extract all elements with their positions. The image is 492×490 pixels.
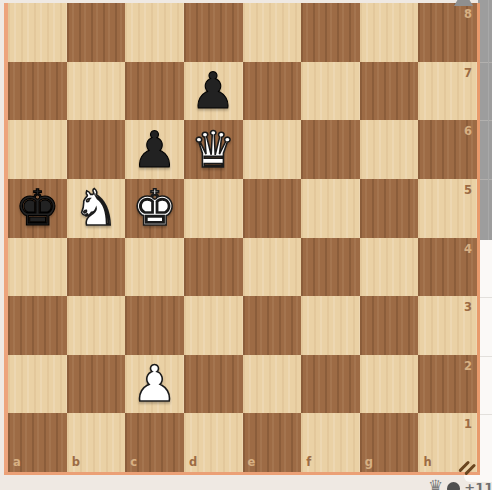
square-h6[interactable]: 6: [418, 120, 477, 179]
square-d2[interactable]: [184, 355, 243, 414]
rank-label-1: 1: [464, 417, 472, 431]
white-pawn[interactable]: ♟: [132, 359, 177, 409]
square-h5[interactable]: 5: [418, 179, 477, 238]
square-f8[interactable]: [301, 3, 360, 62]
square-h2[interactable]: 2: [418, 355, 477, 414]
square-e8[interactable]: [243, 3, 302, 62]
rank-label-3: 3: [464, 300, 472, 314]
square-c6[interactable]: ♟: [125, 120, 184, 179]
square-b5[interactable]: ♞: [67, 179, 126, 238]
square-g8[interactable]: [360, 3, 419, 62]
square-f1[interactable]: f: [301, 413, 360, 472]
cropped-ui-fragment: [454, 0, 473, 6]
square-f5[interactable]: [301, 179, 360, 238]
square-e6[interactable]: [243, 120, 302, 179]
square-h4[interactable]: 4: [418, 238, 477, 297]
square-h8[interactable]: 8: [418, 3, 477, 62]
square-g3[interactable]: [360, 296, 419, 355]
square-e5[interactable]: [243, 179, 302, 238]
square-b6[interactable]: [67, 120, 126, 179]
square-g7[interactable]: [360, 62, 419, 121]
square-g5[interactable]: [360, 179, 419, 238]
square-e7[interactable]: [243, 62, 302, 121]
square-d4[interactable]: [184, 238, 243, 297]
square-e2[interactable]: [243, 355, 302, 414]
board-frame-bottom: [4, 472, 480, 475]
square-g6[interactable]: [360, 120, 419, 179]
white-king[interactable]: ♚: [132, 183, 177, 233]
file-label-d: d: [189, 455, 197, 469]
square-a3[interactable]: [8, 296, 67, 355]
square-c4[interactable]: [125, 238, 184, 297]
square-f2[interactable]: [301, 355, 360, 414]
file-label-b: b: [72, 455, 80, 469]
square-d7[interactable]: ♟: [184, 62, 243, 121]
panel-divider: [478, 297, 492, 298]
square-f6[interactable]: [301, 120, 360, 179]
panel-divider: [478, 62, 492, 63]
square-d5[interactable]: [184, 179, 243, 238]
file-label-c: c: [130, 455, 137, 469]
panel-divider: [478, 120, 492, 121]
captured-queen-icon: ♛: [428, 478, 443, 490]
square-g1[interactable]: g: [360, 413, 419, 472]
piece-circle-icon: [447, 482, 460, 490]
file-label-e: e: [248, 455, 256, 469]
square-g2[interactable]: [360, 355, 419, 414]
square-a7[interactable]: [8, 62, 67, 121]
white-queen[interactable]: ♛: [191, 125, 236, 175]
square-d1[interactable]: d: [184, 413, 243, 472]
file-label-f: f: [306, 455, 311, 469]
square-a4[interactable]: [8, 238, 67, 297]
square-d6[interactable]: ♛: [184, 120, 243, 179]
black-pawn[interactable]: ♟: [132, 125, 177, 175]
square-e3[interactable]: [243, 296, 302, 355]
square-b1[interactable]: b: [67, 413, 126, 472]
right-panel-top: [478, 0, 492, 240]
right-panel-bottom: [478, 240, 492, 482]
black-king[interactable]: ♚: [15, 183, 60, 233]
rank-label-8: 8: [464, 7, 472, 21]
square-e4[interactable]: [243, 238, 302, 297]
square-b4[interactable]: [67, 238, 126, 297]
square-c7[interactable]: [125, 62, 184, 121]
panel-divider: [478, 414, 492, 415]
rank-label-2: 2: [464, 359, 472, 373]
square-a2[interactable]: [8, 355, 67, 414]
black-pawn[interactable]: ♟: [191, 66, 236, 116]
rank-label-7: 7: [464, 66, 472, 80]
panel-divider: [478, 179, 492, 180]
file-label-g: g: [365, 455, 373, 469]
square-a6[interactable]: [8, 120, 67, 179]
square-e1[interactable]: e: [243, 413, 302, 472]
square-d8[interactable]: [184, 3, 243, 62]
file-label-h: h: [423, 455, 431, 469]
panel-divider: [478, 356, 492, 357]
square-f7[interactable]: [301, 62, 360, 121]
square-h7[interactable]: 7: [418, 62, 477, 121]
chess-board: 8♟7♟♛6♚♞♚543♟2abcdefgh1: [8, 3, 477, 472]
square-b8[interactable]: [67, 3, 126, 62]
square-b3[interactable]: [67, 296, 126, 355]
square-a1[interactable]: a: [8, 413, 67, 472]
square-c2[interactable]: ♟: [125, 355, 184, 414]
square-f3[interactable]: [301, 296, 360, 355]
square-b7[interactable]: [67, 62, 126, 121]
white-knight[interactable]: ♞: [74, 183, 119, 233]
square-a5[interactable]: ♚: [8, 179, 67, 238]
square-c5[interactable]: ♚: [125, 179, 184, 238]
square-c8[interactable]: [125, 3, 184, 62]
square-a8[interactable]: [8, 3, 67, 62]
material-bar: ♛ +11: [428, 478, 492, 490]
file-label-a: a: [13, 455, 21, 469]
rank-label-6: 6: [464, 124, 472, 138]
square-b2[interactable]: [67, 355, 126, 414]
rank-label-4: 4: [464, 242, 472, 256]
square-d3[interactable]: [184, 296, 243, 355]
square-h3[interactable]: 3: [418, 296, 477, 355]
panel-divider: [488, 0, 489, 240]
square-g4[interactable]: [360, 238, 419, 297]
square-f4[interactable]: [301, 238, 360, 297]
square-c1[interactable]: c: [125, 413, 184, 472]
rank-label-5: 5: [464, 183, 472, 197]
material-advantage: +11: [464, 480, 492, 490]
square-c3[interactable]: [125, 296, 184, 355]
board-frame-right: [477, 3, 480, 475]
